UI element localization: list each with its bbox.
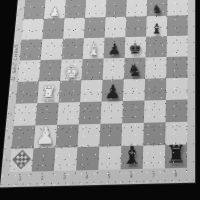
square-c6: ♚	[125, 37, 147, 58]
black-bishop-piece: ♝	[150, 23, 162, 36]
square-g3	[55, 124, 78, 147]
square-d7	[145, 57, 167, 79]
square-h3	[54, 147, 78, 171]
rank-labels: 12345678	[9, 171, 187, 182]
square-d5	[103, 58, 125, 80]
square-d1	[18, 60, 41, 82]
square-f2	[35, 103, 58, 126]
square-d8	[166, 56, 187, 78]
black-king-piece: ♚	[128, 43, 142, 57]
square-e8	[166, 78, 188, 100]
square-a5	[106, 0, 127, 17]
rank-label: 8	[165, 171, 187, 178]
square-e6	[123, 79, 145, 101]
square-a3	[65, 0, 87, 18]
square-b7: ♝	[146, 16, 167, 37]
square-g6	[121, 123, 144, 146]
square-f3	[57, 102, 80, 125]
square-b1	[22, 19, 44, 40]
square-h5	[98, 146, 121, 170]
square-a4	[85, 0, 106, 18]
square-g2: ♟	[34, 125, 58, 148]
square-c2	[41, 39, 63, 60]
square-a2: ♟	[44, 0, 66, 19]
rank-label: 6	[120, 172, 142, 179]
rank-label: 4	[75, 173, 98, 180]
square-e5: ♟	[102, 79, 124, 101]
black-knight-piece: ♞	[152, 4, 163, 15]
black-pawn-piece: ♟	[107, 43, 121, 57]
square-c3	[62, 38, 84, 59]
rank-label: 5	[98, 173, 121, 180]
chess-board: ♟♞♝♝♟♚♚♞♜♟♟♝♜ abcdefgh © SAC CHESS 12345…	[0, 0, 195, 187]
square-b8	[167, 15, 188, 36]
square-g1	[12, 125, 36, 148]
black-rook-piece: ♜	[165, 144, 186, 167]
square-b5	[105, 17, 127, 38]
square-g7	[143, 122, 165, 145]
white-bishop-piece: ♝	[86, 44, 100, 58]
square-h4	[76, 147, 99, 171]
square-b3	[63, 18, 85, 39]
square-a6	[126, 0, 147, 17]
square-c5: ♟	[104, 37, 126, 58]
board-grid: ♟♞♝♝♟♚♚♞♜♟♟♝♜	[9, 0, 187, 172]
photo-scene: ♟♞♝♝♟♚♚♞♜♟♟♝♜ abcdefgh © SAC CHESS 12345…	[0, 0, 200, 200]
white-pawn-piece: ♟	[35, 126, 56, 147]
brand-logo-diamond	[12, 150, 30, 169]
black-bishop-piece: ♝	[121, 145, 143, 168]
square-d2	[39, 60, 62, 82]
square-c4: ♝	[83, 38, 105, 59]
square-f5	[100, 101, 123, 124]
square-a1	[23, 0, 45, 19]
square-h7	[143, 145, 166, 169]
square-c1	[20, 39, 43, 60]
square-g5	[99, 123, 122, 146]
white-king-piece: ♚	[63, 64, 79, 80]
square-f7	[144, 100, 166, 123]
black-pawn-piece: ♟	[104, 83, 121, 101]
square-d6: ♞	[124, 57, 146, 79]
square-b2	[42, 18, 64, 39]
black-knight-piece: ♞	[127, 62, 143, 78]
chessboard-photo: ♟♞♝♝♟♚♚♞♜♟♟♝♜ abcdefgh © SAC CHESS 12345…	[0, 0, 200, 200]
rank-label: 1	[9, 175, 32, 182]
square-e3	[59, 80, 82, 102]
square-e7	[144, 78, 166, 100]
square-e1	[16, 81, 39, 103]
square-f4	[79, 102, 102, 125]
white-pawn-piece: ♟	[49, 7, 61, 18]
square-d3: ♚	[60, 59, 82, 81]
rank-label: 3	[53, 174, 76, 181]
square-h2	[32, 148, 56, 172]
square-d4	[81, 58, 103, 80]
square-f1	[14, 103, 37, 126]
square-h8: ♜	[165, 144, 187, 168]
square-h1	[9, 148, 33, 172]
square-c8	[167, 36, 188, 57]
rank-label: 7	[142, 172, 164, 179]
square-e2: ♜	[37, 81, 60, 103]
square-b6	[125, 16, 146, 37]
square-h6: ♝	[120, 146, 143, 170]
square-e4	[80, 80, 102, 102]
rank-label: 2	[31, 174, 54, 181]
square-a7: ♞	[147, 0, 168, 16]
square-f6	[122, 101, 144, 124]
square-g4	[77, 124, 100, 147]
square-c7	[146, 36, 167, 57]
board-right-margin	[187, 0, 195, 168]
white-rook-piece: ♜	[40, 84, 58, 102]
square-g8	[165, 122, 187, 145]
square-a8	[167, 0, 188, 16]
square-f8	[166, 99, 188, 122]
square-b4	[84, 17, 106, 38]
